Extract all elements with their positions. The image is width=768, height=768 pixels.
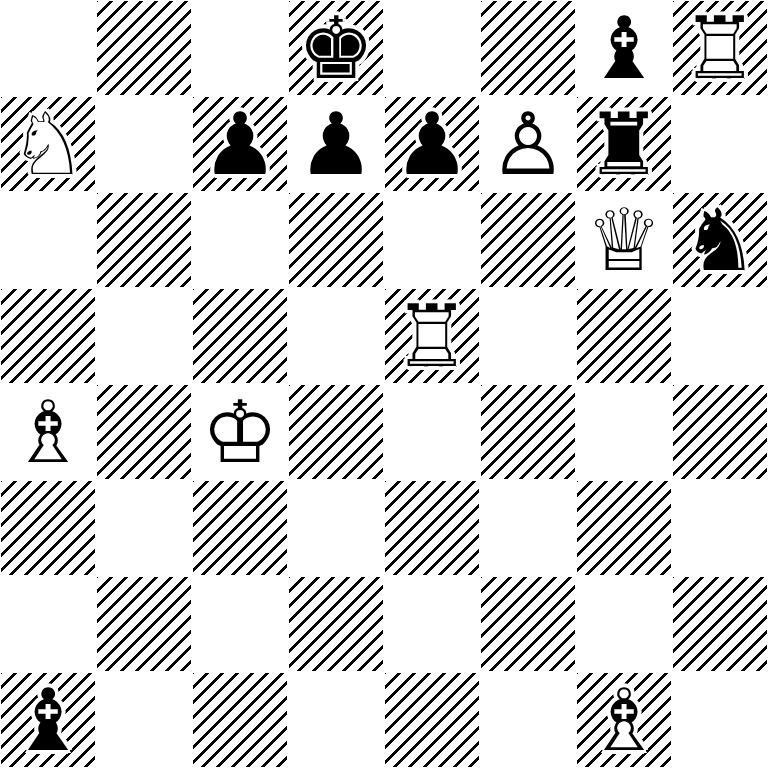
square-a1[interactable]: ♝♝	[0, 672, 96, 768]
square-g2[interactable]	[576, 576, 672, 672]
piece-white-bishop[interactable]: ♝♗	[576, 672, 672, 768]
square-b7[interactable]	[96, 96, 192, 192]
piece-black-bishop[interactable]: ♝♝	[576, 0, 672, 96]
square-g3[interactable]	[576, 480, 672, 576]
square-f2[interactable]	[480, 576, 576, 672]
square-a2[interactable]	[0, 576, 96, 672]
square-c4[interactable]: ♚♔	[192, 384, 288, 480]
square-a6[interactable]	[0, 192, 96, 288]
square-f6[interactable]	[480, 192, 576, 288]
square-a3[interactable]	[0, 480, 96, 576]
square-b4[interactable]	[96, 384, 192, 480]
piece-white-king[interactable]: ♚♔	[192, 384, 288, 480]
square-b6[interactable]	[96, 192, 192, 288]
piece-glyph: ♝	[576, 0, 672, 96]
piece-black-pawn[interactable]: ♟♟	[288, 96, 384, 192]
square-f7[interactable]: ♟♙	[480, 96, 576, 192]
piece-black-pawn[interactable]: ♟♟	[192, 96, 288, 192]
square-g7[interactable]: ♜♜	[576, 96, 672, 192]
square-c3[interactable]	[192, 480, 288, 576]
square-h7[interactable]	[672, 96, 768, 192]
square-c1[interactable]	[192, 672, 288, 768]
square-f8[interactable]	[480, 0, 576, 96]
square-d2[interactable]	[288, 576, 384, 672]
square-b1[interactable]	[96, 672, 192, 768]
square-e3[interactable]	[384, 480, 480, 576]
square-a4[interactable]: ♝♗	[0, 384, 96, 480]
square-a7[interactable]: ♞♘	[0, 96, 96, 192]
square-h6[interactable]: ♞♞	[672, 192, 768, 288]
piece-black-pawn[interactable]: ♟♟	[384, 96, 480, 192]
square-g5[interactable]	[576, 288, 672, 384]
square-a8[interactable]	[0, 0, 96, 96]
square-e1[interactable]	[384, 672, 480, 768]
piece-glyph: ♞	[672, 192, 768, 288]
square-c6[interactable]	[192, 192, 288, 288]
piece-glyph: ♖	[384, 288, 480, 384]
piece-black-bishop[interactable]: ♝♝	[0, 672, 96, 768]
square-e8[interactable]	[384, 0, 480, 96]
chess-board: ♚♚♝♝♜♖♞♘♟♟♟♟♟♟♟♙♜♜♛♕♞♞♜♖♝♗♚♔♝♝♝♗	[0, 0, 768, 768]
square-f4[interactable]	[480, 384, 576, 480]
piece-white-rook[interactable]: ♜♖	[672, 0, 768, 96]
square-d5[interactable]	[288, 288, 384, 384]
piece-white-queen[interactable]: ♛♕	[576, 192, 672, 288]
square-c8[interactable]	[192, 0, 288, 96]
square-d3[interactable]	[288, 480, 384, 576]
piece-glyph: ♙	[480, 96, 576, 192]
square-h3[interactable]	[672, 480, 768, 576]
square-g8[interactable]: ♝♝	[576, 0, 672, 96]
square-b3[interactable]	[96, 480, 192, 576]
square-g6[interactable]: ♛♕	[576, 192, 672, 288]
square-c5[interactable]	[192, 288, 288, 384]
square-e4[interactable]	[384, 384, 480, 480]
piece-glyph: ♕	[576, 192, 672, 288]
square-g4[interactable]	[576, 384, 672, 480]
square-d8[interactable]: ♚♚	[288, 0, 384, 96]
piece-glyph: ♝	[0, 672, 96, 768]
piece-white-bishop[interactable]: ♝♗	[0, 384, 96, 480]
square-f5[interactable]	[480, 288, 576, 384]
piece-glyph: ♗	[576, 672, 672, 768]
square-e6[interactable]	[384, 192, 480, 288]
piece-glyph: ♟	[384, 96, 480, 192]
square-h5[interactable]	[672, 288, 768, 384]
piece-black-knight[interactable]: ♞♞	[672, 192, 768, 288]
piece-glyph: ♘	[0, 96, 96, 192]
square-g1[interactable]: ♝♗	[576, 672, 672, 768]
piece-glyph: ♜	[576, 96, 672, 192]
square-e5[interactable]: ♜♖	[384, 288, 480, 384]
piece-black-rook[interactable]: ♜♜	[576, 96, 672, 192]
piece-glyph: ♗	[0, 384, 96, 480]
square-h8[interactable]: ♜♖	[672, 0, 768, 96]
square-d7[interactable]: ♟♟	[288, 96, 384, 192]
piece-glyph: ♟	[192, 96, 288, 192]
square-d6[interactable]	[288, 192, 384, 288]
piece-white-rook[interactable]: ♜♖	[384, 288, 480, 384]
square-h1[interactable]	[672, 672, 768, 768]
piece-white-pawn[interactable]: ♟♙	[480, 96, 576, 192]
piece-glyph: ♚	[288, 0, 384, 96]
square-h4[interactable]	[672, 384, 768, 480]
square-c7[interactable]: ♟♟	[192, 96, 288, 192]
piece-white-knight[interactable]: ♞♘	[0, 96, 96, 192]
square-e7[interactable]: ♟♟	[384, 96, 480, 192]
square-b8[interactable]	[96, 0, 192, 96]
piece-glyph: ♔	[192, 384, 288, 480]
square-c2[interactable]	[192, 576, 288, 672]
square-e2[interactable]	[384, 576, 480, 672]
square-b2[interactable]	[96, 576, 192, 672]
square-f3[interactable]	[480, 480, 576, 576]
square-d1[interactable]	[288, 672, 384, 768]
square-a5[interactable]	[0, 288, 96, 384]
piece-glyph: ♖	[672, 0, 768, 96]
square-f1[interactable]	[480, 672, 576, 768]
square-d4[interactable]	[288, 384, 384, 480]
chess-diagram: ♚♚♝♝♜♖♞♘♟♟♟♟♟♟♟♙♜♜♛♕♞♞♜♖♝♗♚♔♝♝♝♗	[0, 0, 768, 768]
square-b5[interactable]	[96, 288, 192, 384]
square-h2[interactable]	[672, 576, 768, 672]
piece-black-king[interactable]: ♚♚	[288, 0, 384, 96]
piece-glyph: ♟	[288, 96, 384, 192]
